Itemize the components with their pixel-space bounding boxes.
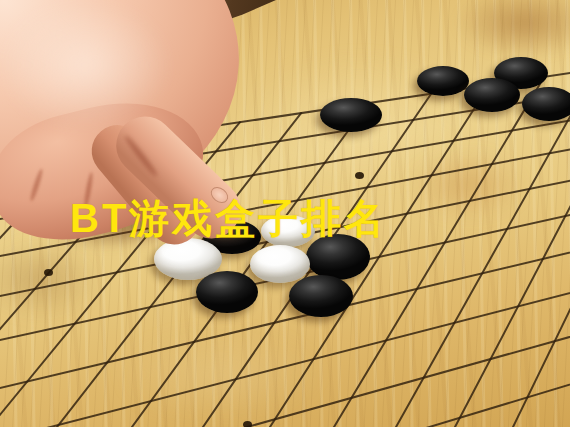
star-point [355,172,364,179]
star-point [243,421,252,427]
go-board-photo: BT游戏盒子排名 [0,0,570,427]
star-point [44,269,53,276]
go-stone-black [417,66,469,96]
go-stone-black [320,98,382,132]
go-stone-black [196,271,258,313]
go-stone-black [522,87,570,121]
caption-overlay-text: BT游戏盒子排名 [70,191,387,246]
go-stone-black [289,275,353,317]
go-stone-black [464,78,520,112]
go-stone-white [250,245,310,283]
